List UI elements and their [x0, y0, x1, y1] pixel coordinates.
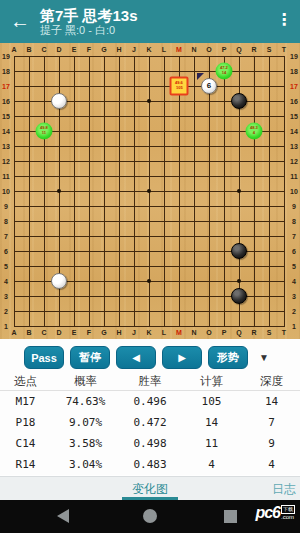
cell-depth: 9: [243, 437, 300, 450]
board-coordinate-label: 1: [292, 323, 296, 330]
best-move-mark: 49.6105: [170, 77, 189, 96]
board-coordinate-label: S: [267, 329, 272, 336]
cell-depth: 4: [243, 458, 300, 471]
pass-button[interactable]: Pass: [24, 346, 64, 369]
board-coordinate-label: 16: [2, 98, 10, 105]
board-coordinate-label: F: [87, 46, 91, 53]
cell-calc: 4: [180, 458, 243, 471]
board-coordinate-label: 11: [290, 173, 297, 180]
analysis-panel: Pass 暂停 ◀ ▶ 形势 ▼ 选点 概率 胜率 计算 深度 M17 74.6…: [0, 339, 300, 475]
watermark-badge: 下载: [281, 505, 295, 514]
star-point: [147, 189, 151, 193]
table-row[interactable]: M17 74.63% 0.496 105 14: [0, 391, 300, 412]
board-coordinate-label: 5: [292, 263, 296, 270]
board-coordinate-label: D: [56, 46, 61, 53]
col-header-depth: 深度: [243, 374, 300, 389]
star-point: [147, 99, 151, 103]
board-coordinate-label: G: [101, 46, 106, 53]
board-coordinate-label: R: [251, 329, 256, 336]
candidate-mark: 49.811: [36, 123, 53, 140]
next-move-button[interactable]: ▶: [162, 346, 202, 369]
android-back-icon[interactable]: [57, 509, 69, 523]
board-coordinate-label: K: [146, 329, 151, 336]
black-stone: [231, 93, 247, 109]
board-coordinate-label: R: [251, 46, 256, 53]
left-arrow-icon: ◀: [132, 352, 140, 363]
app-header: ← 第7手 思考13s 提子 黑:0 - 白:0 ⋮: [0, 0, 300, 43]
board-coordinate-label: 7: [4, 233, 8, 240]
board-coordinate-label: 16: [290, 98, 298, 105]
col-header-point: 选点: [0, 374, 51, 389]
cell-probability: 9.07%: [51, 416, 120, 429]
board-coordinate-label: P: [222, 329, 227, 336]
cell-calc: 14: [180, 416, 243, 429]
right-arrow-icon: ▶: [178, 352, 186, 363]
candidate-table-header: 选点 概率 胜率 计算 深度: [0, 372, 300, 390]
board-coordinate-label: 18: [2, 68, 10, 75]
board-coordinate-label: A: [11, 329, 16, 336]
board-coordinate-label: 9: [4, 203, 8, 210]
table-row[interactable]: C14 3.58% 0.498 11 9: [0, 433, 300, 454]
table-row[interactable]: R14 3.04% 0.483 4 4: [0, 454, 300, 475]
star-point: [57, 189, 61, 193]
cell-calc: 11: [180, 437, 243, 450]
board-coordinate-label: J: [132, 329, 136, 336]
move-number-label: 6: [207, 82, 211, 90]
page-title: 第7手 思考13s: [40, 7, 138, 24]
board-coordinate-label: L: [162, 46, 166, 53]
cell-winrate: 0.483: [120, 458, 180, 471]
go-board[interactable]: 49.610547.21449.81148.346 AA1919BB1818CC…: [0, 43, 300, 339]
board-coordinate-label: 18: [290, 68, 298, 75]
board-coordinate-label: 8: [292, 218, 296, 225]
board-coordinate-label: 9: [292, 203, 296, 210]
white-stone: [51, 93, 67, 109]
board-coordinate-label: 4: [292, 278, 296, 285]
situation-button[interactable]: 形势: [208, 346, 248, 369]
watermark-text: pc6: [255, 505, 280, 521]
board-coordinate-label: B: [26, 46, 31, 53]
white-stone: [51, 273, 67, 289]
cell-calc: 105: [180, 395, 243, 408]
board-coordinate-label: M: [176, 46, 182, 53]
cell-point: C14: [0, 437, 51, 450]
cell-point: M17: [0, 395, 51, 408]
board-coordinate-label: O: [206, 46, 211, 53]
star-point: [237, 189, 241, 193]
board-coordinate-label: 14: [2, 128, 10, 135]
col-header-calc: 计算: [180, 374, 243, 389]
tab-variation-diagram[interactable]: 变化图: [132, 481, 168, 498]
board-coordinate-label: 6: [4, 248, 8, 255]
candidate-mark: 48.34: [246, 123, 263, 140]
pc6-watermark: pc6 下载 .com: [255, 505, 295, 521]
board-coordinate-label: 7: [292, 233, 296, 240]
board-coordinate-label: 11: [2, 173, 9, 180]
board-coordinate-label: H: [116, 46, 121, 53]
prev-move-button[interactable]: ◀: [116, 346, 156, 369]
board-coordinate-label: Q: [236, 46, 241, 53]
star-point: [237, 279, 241, 283]
board-coordinate-label: E: [72, 329, 77, 336]
cell-probability: 74.63%: [51, 395, 120, 408]
android-home-icon[interactable]: [143, 509, 157, 523]
android-recents-icon[interactable]: [224, 510, 237, 523]
board-coordinate-label: 3: [292, 293, 296, 300]
board-coordinate-label: 3: [4, 293, 8, 300]
board-coordinate-label: 1: [4, 323, 8, 330]
board-coordinate-label: J: [132, 46, 136, 53]
board-coordinate-label: 12: [290, 158, 298, 165]
board-coordinate-label: D: [56, 329, 61, 336]
cell-depth: 7: [243, 416, 300, 429]
board-coordinate-label: 10: [290, 188, 298, 195]
board-coordinate-label: L: [162, 329, 166, 336]
col-header-winrate: 胜率: [120, 374, 180, 389]
cell-winrate: 0.496: [120, 395, 180, 408]
chevron-down-icon[interactable]: ▼: [256, 352, 272, 363]
cell-point: R14: [0, 458, 51, 471]
cell-winrate: 0.472: [120, 416, 180, 429]
board-coordinate-label: N: [191, 329, 196, 336]
star-point: [147, 279, 151, 283]
board-coordinate-label: 17: [2, 83, 10, 90]
table-row[interactable]: P18 9.07% 0.472 14 7: [0, 412, 300, 433]
board-coordinate-label: 12: [2, 158, 10, 165]
board-coordinate-label: S: [267, 46, 272, 53]
board-coordinate-label: 15: [290, 113, 298, 120]
pause-button[interactable]: 暂停: [70, 346, 110, 369]
board-coordinate-label: C: [41, 46, 46, 53]
board-coordinate-label: 2: [292, 308, 296, 315]
board-coordinate-label: M: [176, 329, 182, 336]
board-coordinate-label: T: [282, 329, 286, 336]
board-coordinate-label: 6: [292, 248, 296, 255]
board-coordinate-label: A: [11, 46, 16, 53]
cell-depth: 14: [243, 395, 300, 408]
cell-probability: 3.58%: [51, 437, 120, 450]
board-coordinate-label: K: [146, 46, 151, 53]
last-move-pennant-icon: [197, 73, 204, 80]
overflow-menu-icon[interactable]: ⋮: [276, 10, 292, 29]
board-coordinate-label: E: [72, 46, 77, 53]
board-coordinate-label: 15: [2, 113, 10, 120]
watermark-domain: .com: [281, 514, 294, 521]
board-coordinate-label: 8: [4, 218, 8, 225]
captures-subtitle: 提子 黑:0 - 白:0: [40, 24, 138, 37]
board-coordinate-label: O: [206, 329, 211, 336]
board-coordinate-label: 17: [290, 83, 298, 90]
board-coordinate-label: 13: [2, 143, 10, 150]
board-coordinate-label: P: [222, 46, 227, 53]
board-coordinate-label: H: [116, 329, 121, 336]
col-header-probability: 概率: [51, 374, 120, 389]
black-stone: [231, 243, 247, 259]
board-coordinate-label: 14: [290, 128, 298, 135]
cell-point: P18: [0, 416, 51, 429]
button-row: Pass 暂停 ◀ ▶ 形势 ▼: [0, 339, 300, 369]
header-titles: 第7手 思考13s 提子 黑:0 - 白:0: [40, 7, 138, 37]
bottom-tab-bar: 变化图 日志: [0, 476, 300, 500]
back-arrow-icon[interactable]: ←: [0, 10, 40, 33]
board-coordinate-label: 2: [4, 308, 8, 315]
board-coordinate-label: 4: [4, 278, 8, 285]
board-coordinate-label: G: [101, 329, 106, 336]
cell-winrate: 0.498: [120, 437, 180, 450]
candidate-mark: 47.214: [216, 63, 233, 80]
black-stone: [231, 288, 247, 304]
android-nav-bar: pc6 下载 .com: [0, 500, 300, 533]
white-stone: 6: [201, 78, 217, 94]
board-coordinate-label: 13: [290, 143, 298, 150]
board-coordinate-label: 5: [4, 263, 8, 270]
board-coordinate-label: Q: [236, 329, 241, 336]
board-lattice[interactable]: 49.610547.21449.81148.346: [14, 56, 285, 327]
board-coordinate-label: F: [87, 329, 91, 336]
board-coordinate-label: C: [41, 329, 46, 336]
tab-log[interactable]: 日志: [272, 481, 296, 498]
board-coordinate-label: 19: [2, 53, 10, 60]
cell-probability: 3.04%: [51, 458, 120, 471]
board-coordinate-label: B: [26, 329, 31, 336]
board-coordinate-label: 10: [2, 188, 10, 195]
board-coordinate-label: T: [282, 46, 286, 53]
board-coordinate-label: N: [191, 46, 196, 53]
board-coordinate-label: 19: [290, 53, 298, 60]
